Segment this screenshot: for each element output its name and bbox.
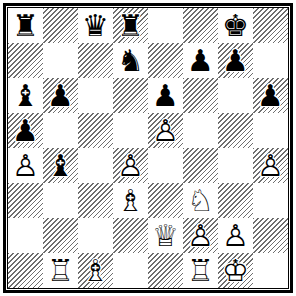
square-b4[interactable]: ♝ [43, 148, 78, 183]
square-d2[interactable] [113, 218, 148, 253]
square-f5[interactable] [183, 113, 218, 148]
white-pawn[interactable]: ♙ [8, 148, 43, 183]
square-h8[interactable] [253, 8, 288, 43]
square-h3[interactable] [253, 183, 288, 218]
square-h7[interactable] [253, 43, 288, 78]
square-d8[interactable]: ♜ [113, 8, 148, 43]
black-bishop[interactable]: ♝ [8, 78, 43, 113]
white-rook[interactable]: ♖ [183, 253, 218, 288]
square-d6[interactable] [113, 78, 148, 113]
white-pawn[interactable]: ♙ [113, 148, 148, 183]
square-g2[interactable]: ♟♙ [218, 218, 253, 253]
square-a3[interactable] [8, 183, 43, 218]
board-inner-border: ♜♛♜♚♞♟♟♝♟♟♟♟♟♙♟♙♝♟♙♟♙♝♗♞♘♛♕♟♙♟♙♜♖♝♗♜♖♚♔ [7, 7, 289, 289]
square-f7[interactable]: ♟ [183, 43, 218, 78]
square-h4[interactable]: ♟♙ [253, 148, 288, 183]
black-knight[interactable]: ♞ [113, 43, 148, 78]
square-h5[interactable] [253, 113, 288, 148]
square-f4[interactable] [183, 148, 218, 183]
square-g6[interactable] [218, 78, 253, 113]
square-c6[interactable] [78, 78, 113, 113]
black-pawn[interactable]: ♟ [218, 43, 253, 78]
square-f8[interactable] [183, 8, 218, 43]
square-f1[interactable]: ♜♖ [183, 253, 218, 288]
black-pawn[interactable]: ♟ [183, 43, 218, 78]
square-f2[interactable]: ♟♙ [183, 218, 218, 253]
white-bishop[interactable]: ♗ [113, 183, 148, 218]
square-a7[interactable] [8, 43, 43, 78]
black-pawn[interactable]: ♟ [148, 78, 183, 113]
square-c3[interactable] [78, 183, 113, 218]
square-f6[interactable] [183, 78, 218, 113]
black-queen[interactable]: ♛ [78, 8, 113, 43]
square-g4[interactable] [218, 148, 253, 183]
square-e2[interactable]: ♛♕ [148, 218, 183, 253]
square-b3[interactable] [43, 183, 78, 218]
square-f3[interactable]: ♞♘ [183, 183, 218, 218]
square-d7[interactable]: ♞ [113, 43, 148, 78]
white-rook[interactable]: ♖ [43, 253, 78, 288]
black-pawn[interactable]: ♟ [8, 113, 43, 148]
square-b5[interactable] [43, 113, 78, 148]
black-bishop[interactable]: ♝ [43, 148, 78, 183]
square-c2[interactable] [78, 218, 113, 253]
white-knight[interactable]: ♘ [183, 183, 218, 218]
square-g3[interactable] [218, 183, 253, 218]
black-pawn[interactable]: ♟ [43, 78, 78, 113]
square-c8[interactable]: ♛ [78, 8, 113, 43]
square-e5[interactable]: ♟♙ [148, 113, 183, 148]
chess-diagram: ♜♛♜♚♞♟♟♝♟♟♟♟♟♙♟♙♝♟♙♟♙♝♗♞♘♛♕♟♙♟♙♜♖♝♗♜♖♚♔ [0, 3, 296, 296]
black-king[interactable]: ♚ [218, 8, 253, 43]
square-b1[interactable]: ♜♖ [43, 253, 78, 288]
square-d5[interactable] [113, 113, 148, 148]
white-pawn[interactable]: ♙ [218, 218, 253, 253]
square-c4[interactable] [78, 148, 113, 183]
square-e4[interactable] [148, 148, 183, 183]
square-b2[interactable] [43, 218, 78, 253]
square-e3[interactable] [148, 183, 183, 218]
square-e1[interactable] [148, 253, 183, 288]
square-e7[interactable] [148, 43, 183, 78]
white-pawn[interactable]: ♙ [148, 113, 183, 148]
square-h2[interactable] [253, 218, 288, 253]
square-b6[interactable]: ♟ [43, 78, 78, 113]
black-pawn[interactable]: ♟ [253, 78, 288, 113]
square-c5[interactable] [78, 113, 113, 148]
black-rook[interactable]: ♜ [8, 8, 43, 43]
square-a5[interactable]: ♟ [8, 113, 43, 148]
white-king[interactable]: ♔ [218, 253, 253, 288]
board-frame: ♜♛♜♚♞♟♟♝♟♟♟♟♟♙♟♙♝♟♙♟♙♝♗♞♘♛♕♟♙♟♙♜♖♝♗♜♖♚♔ [3, 3, 293, 293]
square-h6[interactable]: ♟ [253, 78, 288, 113]
square-a8[interactable]: ♜ [8, 8, 43, 43]
square-g8[interactable]: ♚ [218, 8, 253, 43]
square-d3[interactable]: ♝♗ [113, 183, 148, 218]
white-queen[interactable]: ♕ [148, 218, 183, 253]
square-c7[interactable] [78, 43, 113, 78]
square-c1[interactable]: ♝♗ [78, 253, 113, 288]
square-e6[interactable]: ♟ [148, 78, 183, 113]
square-a1[interactable] [8, 253, 43, 288]
black-rook[interactable]: ♜ [113, 8, 148, 43]
square-b7[interactable] [43, 43, 78, 78]
square-b8[interactable] [43, 8, 78, 43]
square-g1[interactable]: ♚♔ [218, 253, 253, 288]
square-g7[interactable]: ♟ [218, 43, 253, 78]
white-pawn[interactable]: ♙ [253, 148, 288, 183]
square-a6[interactable]: ♝ [8, 78, 43, 113]
square-g5[interactable] [218, 113, 253, 148]
square-a2[interactable] [8, 218, 43, 253]
square-d4[interactable]: ♟♙ [113, 148, 148, 183]
white-bishop[interactable]: ♗ [78, 253, 113, 288]
square-a4[interactable]: ♟♙ [8, 148, 43, 183]
square-h1[interactable] [253, 253, 288, 288]
square-d1[interactable] [113, 253, 148, 288]
white-pawn[interactable]: ♙ [183, 218, 218, 253]
chess-board: ♜♛♜♚♞♟♟♝♟♟♟♟♟♙♟♙♝♟♙♟♙♝♗♞♘♛♕♟♙♟♙♜♖♝♗♜♖♚♔ [8, 8, 288, 288]
square-e8[interactable] [148, 8, 183, 43]
